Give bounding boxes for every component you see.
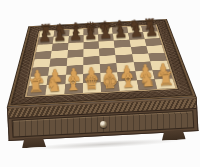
square-d1: ♛ — [83, 82, 102, 93]
square-c2: ♟ — [65, 74, 83, 84]
black-queen-piece: ♛ — [83, 19, 99, 35]
square-c1: ♝ — [64, 83, 83, 94]
product-photo-chess-set: ♜♞♝♛♚♝♞♜♟♟♟♟♟♟♟♟♟♟♟♟♟♟♟♟♜♞♝♛♚♝♞♜ — [0, 0, 200, 167]
black-rook-piece: ♜ — [142, 16, 158, 32]
black-king-piece: ♚ — [97, 18, 113, 34]
board-top-surface: ♜♞♝♛♚♝♞♜♟♟♟♟♟♟♟♟♟♟♟♟♟♟♟♟♜♞♝♛♚♝♞♜ — [7, 19, 197, 107]
carved-board-frame: ♜♞♝♛♚♝♞♜♟♟♟♟♟♟♟♟♟♟♟♟♟♟♟♟♜♞♝♛♚♝♞♜ — [7, 19, 197, 107]
black-knight-piece: ♞ — [53, 21, 69, 37]
chess-board: ♜♞♝♛♚♝♞♜♟♟♟♟♟♟♟♟♟♟♟♟♟♟♟♟♜♞♝♛♚♝♞♜ — [25, 24, 178, 97]
square-b1: ♞ — [46, 84, 65, 95]
ground-shadow — [25, 137, 183, 152]
square-a1: ♜ — [27, 85, 47, 96]
chess-box: ♜♞♝♛♚♝♞♜♟♟♟♟♟♟♟♟♟♟♟♟♟♟♟♟♜♞♝♛♚♝♞♜ — [2, 0, 199, 141]
square-h1: ♜ — [155, 78, 176, 89]
square-b2: ♟ — [47, 75, 66, 85]
black-bishop-piece: ♝ — [68, 20, 84, 36]
black-bishop-piece: ♝ — [112, 18, 128, 34]
square-e1: ♚ — [101, 81, 120, 92]
black-rook-piece: ♜ — [38, 21, 54, 37]
square-f1: ♝ — [119, 80, 139, 91]
square-a2: ♟ — [29, 76, 48, 86]
square-g1: ♞ — [137, 79, 157, 90]
drawer-knob — [99, 120, 106, 127]
